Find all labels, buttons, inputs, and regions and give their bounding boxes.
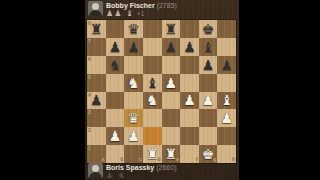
file-label-b: b bbox=[120, 157, 123, 162]
square-d4[interactable]: ♞ bbox=[143, 92, 162, 110]
square-e4[interactable] bbox=[162, 92, 181, 110]
player-rating-top: (2785) bbox=[157, 2, 177, 9]
piece-white-rook[interactable]: ♜ bbox=[165, 147, 178, 161]
captured-tray-bottom: ♟ ♞ bbox=[106, 172, 176, 180]
player-info-top: Bobby Fischer(2785) ♟♟ ♝+1 bbox=[106, 1, 177, 19]
square-c1[interactable]: c bbox=[124, 145, 143, 163]
square-h1[interactable]: h bbox=[217, 145, 236, 163]
square-e8[interactable]: ♜ bbox=[162, 20, 181, 38]
square-e3[interactable] bbox=[162, 109, 181, 127]
avatar-head-icon bbox=[92, 3, 99, 10]
square-g5[interactable] bbox=[199, 74, 218, 92]
square-g3[interactable] bbox=[199, 109, 218, 127]
square-f2[interactable] bbox=[180, 127, 199, 145]
square-e1[interactable]: e♜ bbox=[162, 145, 181, 163]
square-f7[interactable]: ♟ bbox=[180, 38, 199, 56]
rank-label-3: 3 bbox=[88, 110, 91, 115]
square-a4[interactable]: 4♟ bbox=[87, 92, 106, 110]
rank-label-5: 5 bbox=[88, 75, 91, 80]
square-b6[interactable]: ♞ bbox=[106, 56, 125, 74]
square-f3[interactable] bbox=[180, 109, 199, 127]
square-d6[interactable] bbox=[143, 56, 162, 74]
square-b7[interactable]: ♟ bbox=[106, 38, 125, 56]
square-c6[interactable] bbox=[124, 56, 143, 74]
square-g8[interactable]: ♚ bbox=[199, 20, 218, 38]
file-label-a: a bbox=[102, 157, 105, 162]
square-h3[interactable]: ♟ bbox=[217, 109, 236, 127]
player-bar-top: Bobby Fischer(2785) ♟♟ ♝+1 bbox=[85, 1, 239, 19]
square-b5[interactable] bbox=[106, 74, 125, 92]
square-h7[interactable] bbox=[217, 38, 236, 56]
piece-white-knight[interactable]: ♞ bbox=[127, 76, 140, 90]
captured-pieces-icons: ♟ ♞ bbox=[106, 171, 126, 180]
captured-tray-top: ♟♟ ♝+1 bbox=[106, 10, 177, 18]
square-a7[interactable]: 7 bbox=[87, 38, 106, 56]
piece-white-pawn[interactable]: ♟ bbox=[109, 129, 122, 143]
material-advantage-badge: +1 bbox=[137, 10, 144, 17]
rank-label-2: 2 bbox=[88, 128, 91, 133]
square-e5[interactable]: ♟ bbox=[162, 74, 181, 92]
video-frame: Bobby Fischer(2785) ♟♟ ♝+1 8♜♛♜♚7♟♟♟♟♝6♞… bbox=[0, 0, 320, 180]
square-a5[interactable]: 5 bbox=[87, 74, 106, 92]
square-f5[interactable] bbox=[180, 74, 199, 92]
square-d8[interactable] bbox=[143, 20, 162, 38]
square-c3[interactable]: ♛ bbox=[124, 109, 143, 127]
square-d7[interactable] bbox=[143, 38, 162, 56]
square-f4[interactable]: ♟ bbox=[180, 92, 199, 110]
piece-black-pawn[interactable]: ♟ bbox=[202, 58, 215, 72]
square-d1[interactable]: d♜ bbox=[143, 145, 162, 163]
square-h4[interactable]: ♝ bbox=[217, 92, 236, 110]
square-a2[interactable]: 2 bbox=[87, 127, 106, 145]
avatar-shoulders-icon bbox=[89, 10, 102, 16]
player-name-text: Boris Spassky bbox=[106, 164, 154, 171]
piece-black-pawn[interactable]: ♟ bbox=[127, 40, 140, 54]
square-h5[interactable] bbox=[217, 74, 236, 92]
file-label-h: h bbox=[232, 157, 235, 162]
square-e2[interactable] bbox=[162, 127, 181, 145]
chess-board: 8♜♛♜♚7♟♟♟♟♝6♞♟♟5♞♝♟4♟♞♟♟♝3♛♟2♟♟1abcd♜e♜f… bbox=[87, 20, 236, 163]
piece-black-pawn[interactable]: ♟ bbox=[183, 40, 196, 54]
square-c4[interactable] bbox=[124, 92, 143, 110]
piece-white-queen[interactable]: ♛ bbox=[127, 111, 140, 125]
avatar-shoulders-icon bbox=[89, 172, 102, 178]
square-g6[interactable]: ♟ bbox=[199, 56, 218, 74]
rank-label-6: 6 bbox=[88, 57, 91, 62]
piece-black-bishop[interactable]: ♝ bbox=[146, 76, 159, 90]
piece-black-pawn[interactable]: ♟ bbox=[165, 40, 178, 54]
piece-black-knight[interactable]: ♞ bbox=[109, 58, 122, 72]
square-f6[interactable] bbox=[180, 56, 199, 74]
piece-black-pawn[interactable]: ♟ bbox=[90, 93, 103, 107]
square-f1[interactable]: f bbox=[180, 145, 199, 163]
square-c8[interactable]: ♛ bbox=[124, 20, 143, 38]
square-d2[interactable] bbox=[143, 127, 162, 145]
piece-black-rook[interactable]: ♜ bbox=[165, 22, 178, 36]
player-avatar-top[interactable] bbox=[88, 1, 103, 16]
piece-white-pawn[interactable]: ♟ bbox=[220, 111, 233, 125]
square-b2[interactable]: ♟ bbox=[106, 127, 125, 145]
player-rating-bottom: (2660) bbox=[156, 164, 176, 171]
square-e6[interactable] bbox=[162, 56, 181, 74]
square-b1[interactable]: b bbox=[106, 145, 125, 163]
player-name-text: Bobby Fischer bbox=[106, 2, 155, 9]
square-c2[interactable]: ♟ bbox=[124, 127, 143, 145]
square-b3[interactable] bbox=[106, 109, 125, 127]
square-g4[interactable]: ♟ bbox=[199, 92, 218, 110]
piece-white-rook[interactable]: ♜ bbox=[146, 147, 159, 161]
player-info-bottom: Boris Spassky(2660) ♟ ♞ bbox=[106, 163, 176, 180]
square-c7[interactable]: ♟ bbox=[124, 38, 143, 56]
square-g2[interactable] bbox=[199, 127, 218, 145]
square-a8[interactable]: 8♜ bbox=[87, 20, 106, 38]
piece-black-pawn[interactable]: ♟ bbox=[109, 40, 122, 54]
square-g1[interactable]: g♚ bbox=[199, 145, 218, 163]
square-e7[interactable]: ♟ bbox=[162, 38, 181, 56]
square-h2[interactable] bbox=[217, 127, 236, 145]
square-a3[interactable]: 3 bbox=[87, 109, 106, 127]
file-label-c: c bbox=[139, 157, 142, 162]
file-label-f: f bbox=[196, 157, 198, 162]
avatar-head-icon bbox=[92, 165, 99, 172]
player-bar-bottom: Boris Spassky(2660) ♟ ♞ bbox=[85, 163, 239, 180]
square-a6[interactable]: 6 bbox=[87, 56, 106, 74]
square-f8[interactable] bbox=[180, 20, 199, 38]
piece-black-bishop[interactable]: ♝ bbox=[202, 40, 215, 54]
square-d3[interactable] bbox=[143, 109, 162, 127]
square-d5[interactable]: ♝ bbox=[143, 74, 162, 92]
piece-black-rook[interactable]: ♜ bbox=[90, 22, 103, 36]
chess-app-strip: Bobby Fischer(2785) ♟♟ ♝+1 8♜♛♜♚7♟♟♟♟♝6♞… bbox=[85, 0, 239, 180]
square-b4[interactable] bbox=[106, 92, 125, 110]
piece-white-pawn[interactable]: ♟ bbox=[127, 129, 140, 143]
square-h8[interactable] bbox=[217, 20, 236, 38]
player-avatar-bottom[interactable] bbox=[88, 163, 103, 178]
square-b8[interactable] bbox=[106, 20, 125, 38]
piece-white-pawn[interactable]: ♟ bbox=[183, 93, 196, 107]
piece-black-king[interactable]: ♚ bbox=[202, 22, 215, 36]
square-c5[interactable]: ♞ bbox=[124, 74, 143, 92]
piece-white-bishop[interactable]: ♝ bbox=[220, 93, 233, 107]
square-h6[interactable]: ♟ bbox=[217, 56, 236, 74]
piece-white-pawn[interactable]: ♟ bbox=[202, 93, 215, 107]
piece-black-queen[interactable]: ♛ bbox=[127, 22, 140, 36]
square-a1[interactable]: 1a bbox=[87, 145, 106, 163]
piece-white-knight[interactable]: ♞ bbox=[146, 93, 159, 107]
square-g7[interactable]: ♝ bbox=[199, 38, 218, 56]
piece-black-pawn[interactable]: ♟ bbox=[220, 58, 233, 72]
piece-white-pawn[interactable]: ♟ bbox=[165, 76, 178, 90]
rank-label-7: 7 bbox=[88, 39, 91, 44]
rank-label-1: 1 bbox=[88, 146, 91, 151]
piece-white-king[interactable]: ♚ bbox=[202, 147, 215, 161]
captured-pieces-icons: ♟♟ ♝ bbox=[106, 9, 134, 18]
